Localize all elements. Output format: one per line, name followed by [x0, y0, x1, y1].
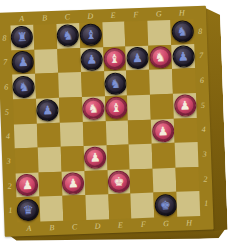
- rank-label-6-right: 6: [196, 68, 208, 93]
- square-b3[interactable]: [38, 147, 62, 172]
- square-g7[interactable]: ♞: [148, 45, 172, 70]
- square-g2[interactable]: [153, 168, 177, 193]
- square-e3[interactable]: [106, 145, 130, 170]
- rank-label-5-left: 5: [1, 99, 13, 124]
- rank-label-6-left: 6: [0, 75, 12, 100]
- square-c3[interactable]: [60, 146, 84, 171]
- dark-king-disc-g1[interactable]: ♚: [154, 194, 177, 217]
- file-label-b-bottom: B: [40, 222, 63, 235]
- square-h8[interactable]: ♞: [170, 19, 194, 44]
- square-h2[interactable]: [176, 167, 200, 192]
- file-label-b-top: B: [33, 12, 56, 24]
- rank-label-7-right: 7: [195, 43, 207, 68]
- rank-label-5-right: 5: [197, 93, 209, 118]
- square-e7[interactable]: ♝: [103, 46, 127, 71]
- square-b7[interactable]: [34, 49, 58, 74]
- dark-pawn-disc-b5[interactable]: ♟: [36, 99, 59, 122]
- square-c1[interactable]: [62, 195, 86, 220]
- square-h1[interactable]: [176, 191, 200, 216]
- square-d6[interactable]: [81, 72, 105, 97]
- dark-knight-disc-a6[interactable]: ♞: [13, 75, 36, 98]
- rank-label-2-left: 2: [4, 173, 16, 198]
- file-label-c-top: C: [56, 11, 79, 23]
- square-d8[interactable]: ♝: [79, 22, 103, 47]
- red-bishop-disc-e5[interactable]: ♝: [105, 97, 128, 120]
- rank-label-8-right: 8: [194, 19, 206, 44]
- board-poster: ABCDEFGH ABCDEFGH 87654321 87654321 ♜♞♝♞…: [0, 5, 228, 246]
- rank-label-1-right: 1: [200, 191, 212, 216]
- dark-knight-disc-c8[interactable]: ♞: [57, 24, 80, 47]
- square-b1[interactable]: [39, 196, 63, 221]
- square-h6[interactable]: [172, 68, 196, 93]
- square-e4[interactable]: [105, 120, 129, 145]
- square-g3[interactable]: [152, 143, 176, 168]
- square-f4[interactable]: [128, 119, 152, 144]
- square-g1[interactable]: ♚: [154, 192, 178, 217]
- square-e1[interactable]: [108, 194, 132, 219]
- file-label-a-top: A: [10, 13, 33, 25]
- square-f2[interactable]: [130, 168, 154, 193]
- square-f3[interactable]: [129, 144, 153, 169]
- dark-rook-disc-a8[interactable]: ♜: [11, 26, 34, 49]
- rank-label-3-left: 3: [3, 149, 15, 174]
- file-label-d-top: D: [79, 10, 102, 22]
- file-label-h-top: H: [170, 7, 193, 19]
- square-f8[interactable]: [125, 21, 149, 46]
- square-h3[interactable]: [175, 142, 199, 167]
- square-a8[interactable]: ♜: [10, 25, 34, 50]
- square-a3[interactable]: [15, 148, 39, 173]
- file-label-e-top: E: [101, 10, 124, 22]
- square-c8[interactable]: ♞: [56, 23, 80, 48]
- square-f5[interactable]: [127, 95, 151, 120]
- rank-label-3-right: 3: [199, 142, 211, 167]
- dark-knight-disc-e6[interactable]: ♞: [104, 72, 127, 95]
- rank-label-1-left: 1: [4, 198, 16, 223]
- square-g8[interactable]: [148, 20, 172, 45]
- rank-label-2-right: 2: [199, 166, 211, 191]
- square-b8[interactable]: [33, 24, 57, 49]
- dark-knight-disc-h8[interactable]: ♞: [171, 20, 194, 43]
- square-a6[interactable]: ♞: [12, 74, 36, 99]
- square-d4[interactable]: [82, 121, 106, 146]
- square-e6[interactable]: ♞: [104, 71, 128, 96]
- square-f7[interactable]: ♟: [126, 45, 150, 70]
- square-a5[interactable]: [13, 99, 37, 124]
- board-grid: ♜♞♝♞♟♟♝♟♞♟♞♞♟♞♝♟♟♟♟♟♚♛♚: [10, 19, 200, 222]
- square-h7[interactable]: ♟: [171, 44, 195, 69]
- rank-label-4-right: 4: [198, 117, 210, 142]
- square-c5[interactable]: [59, 97, 83, 122]
- file-label-f-bottom: F: [132, 219, 155, 232]
- red-knight-disc-d5[interactable]: ♞: [82, 97, 105, 120]
- page: { "game": "chess (played with round chec…: [0, 0, 229, 250]
- file-label-h-bottom: H: [177, 217, 200, 230]
- square-h5[interactable]: ♟: [173, 93, 197, 118]
- square-f6[interactable]: [126, 70, 150, 95]
- square-g5[interactable]: [150, 94, 174, 119]
- square-h4[interactable]: [174, 118, 198, 143]
- red-pawn-disc-g4[interactable]: ♟: [152, 120, 175, 143]
- square-e5[interactable]: ♝: [104, 95, 128, 120]
- square-b5[interactable]: ♟: [36, 98, 60, 123]
- dark-pawn-disc-a7[interactable]: ♟: [12, 51, 35, 74]
- red-pawn-disc-h5[interactable]: ♟: [174, 94, 197, 117]
- square-c7[interactable]: [57, 48, 81, 73]
- square-d7[interactable]: ♟: [80, 47, 104, 72]
- dark-pawn-disc-h7[interactable]: ♟: [172, 45, 195, 68]
- file-label-f-top: F: [124, 9, 147, 21]
- square-a7[interactable]: ♟: [11, 49, 35, 74]
- rank-label-8-left: 8: [0, 26, 10, 51]
- rank-label-7-left: 7: [0, 50, 11, 75]
- square-g4[interactable]: ♟: [151, 118, 175, 143]
- red-pawn-disc-c2[interactable]: ♟: [62, 172, 85, 195]
- square-a1[interactable]: ♛: [16, 197, 40, 222]
- square-e2[interactable]: ♚: [107, 169, 131, 194]
- square-b2[interactable]: [38, 172, 62, 197]
- red-king-disc-e2[interactable]: ♚: [108, 170, 131, 193]
- square-b6[interactable]: [35, 73, 59, 98]
- file-label-a-bottom: A: [17, 223, 40, 236]
- square-g6[interactable]: [149, 69, 173, 94]
- square-b4[interactable]: [37, 122, 61, 147]
- square-c2[interactable]: ♟: [61, 171, 85, 196]
- file-label-e-bottom: E: [109, 219, 132, 232]
- square-c6[interactable]: [58, 72, 82, 97]
- board-frame: ABCDEFGH ABCDEFGH 87654321 87654321 ♜♞♝♞…: [0, 6, 214, 237]
- square-f1[interactable]: [131, 193, 155, 218]
- square-d1[interactable]: [85, 195, 109, 220]
- square-d2[interactable]: [84, 170, 108, 195]
- square-d3[interactable]: ♟: [83, 145, 107, 170]
- file-label-g-top: G: [147, 8, 170, 20]
- square-e8[interactable]: [102, 22, 126, 47]
- red-pawn-disc-d3[interactable]: ♟: [84, 147, 107, 170]
- dark-pawn-disc-d7[interactable]: ♟: [80, 48, 103, 71]
- square-a4[interactable]: [14, 123, 38, 148]
- dark-pawn-disc-f7[interactable]: ♟: [126, 47, 149, 70]
- dark-bishop-disc-d8[interactable]: ♝: [80, 24, 103, 47]
- rank-label-4-left: 4: [2, 124, 14, 149]
- square-d5[interactable]: ♞: [82, 96, 106, 121]
- file-label-c-bottom: C: [63, 221, 86, 234]
- red-bishop-disc-e7[interactable]: ♝: [103, 47, 126, 70]
- red-knight-disc-g7[interactable]: ♞: [149, 46, 172, 69]
- dark-queen-disc-a1[interactable]: ♛: [17, 198, 40, 221]
- square-c4[interactable]: [60, 122, 84, 147]
- square-a2[interactable]: ♟: [16, 172, 40, 197]
- file-label-d-bottom: D: [86, 220, 109, 233]
- red-pawn-disc-a2[interactable]: ♟: [16, 174, 39, 197]
- file-label-g-bottom: G: [155, 218, 178, 231]
